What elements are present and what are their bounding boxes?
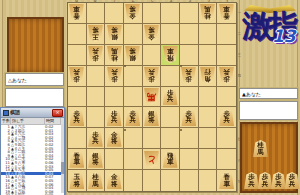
square-37[interactable] bbox=[180, 128, 199, 149]
square-94[interactable]: 歩兵 bbox=[68, 66, 87, 87]
square-66[interactable]: 歩兵 bbox=[124, 107, 143, 128]
piece-kanji: 歩兵 bbox=[167, 90, 174, 103]
piece-kanji: 歩兵 bbox=[223, 69, 230, 82]
piece-kanji: 歩兵 bbox=[92, 132, 99, 145]
square-74[interactable]: 歩兵 bbox=[105, 66, 124, 87]
square-28[interactable] bbox=[199, 149, 218, 170]
square-82[interactable]: 王将 bbox=[87, 24, 106, 45]
square-42[interactable] bbox=[161, 24, 180, 45]
square-58[interactable]: と bbox=[143, 149, 162, 170]
piece-kanji: 銀将 bbox=[129, 48, 136, 61]
shogi-piece-歩兵[interactable]: 歩兵 bbox=[144, 67, 159, 84]
piece-kanji: 王将 bbox=[92, 27, 99, 40]
rank-label: 二 bbox=[237, 31, 241, 36]
square-22[interactable] bbox=[199, 24, 218, 45]
kifu-column-header: 時間 bbox=[45, 118, 61, 124]
kifu-title: 棋譜 bbox=[10, 109, 20, 115]
kifu-scrollbar-thumb[interactable] bbox=[61, 162, 64, 174]
piece-kanji: 歩兵 bbox=[129, 111, 136, 124]
shogi-piece-飛車[interactable]: 飛車 bbox=[163, 46, 178, 63]
gote-hand-tray bbox=[7, 17, 64, 74]
square-32[interactable] bbox=[180, 24, 199, 45]
square-77[interactable]: 金将 bbox=[105, 128, 124, 149]
piece-kanji: 桂馬 bbox=[204, 6, 211, 19]
kifu-titlebar[interactable]: 棋譜 × bbox=[1, 108, 64, 118]
square-96[interactable]: 歩兵 bbox=[68, 107, 87, 128]
piece-kanji: 歩兵 bbox=[111, 111, 118, 124]
shogi-piece-金将[interactable]: 金将 bbox=[144, 25, 159, 42]
shogi-piece-銀将[interactable]: 銀将 bbox=[144, 109, 159, 126]
square-93[interactable] bbox=[68, 45, 87, 66]
piece-kanji: 飛車 bbox=[167, 48, 174, 61]
square-69[interactable] bbox=[124, 170, 143, 191]
shogi-piece-歩兵[interactable]: 歩兵 bbox=[181, 109, 196, 126]
piece-kanji: 歩兵 bbox=[262, 174, 269, 187]
piece-kanji: 歩兵 bbox=[289, 174, 296, 187]
square-85[interactable] bbox=[87, 87, 106, 108]
piece-kanji: 玉将 bbox=[73, 174, 80, 187]
square-26[interactable] bbox=[199, 107, 218, 128]
shogi-piece-桂馬[interactable]: 桂馬 bbox=[107, 46, 122, 63]
square-18[interactable] bbox=[217, 149, 236, 170]
square-47[interactable] bbox=[161, 128, 180, 149]
square-91[interactable]: 香車 bbox=[68, 3, 87, 24]
shogi-piece-桂馬[interactable]: 桂馬 bbox=[253, 140, 268, 157]
piece-kanji: 歩兵 bbox=[223, 111, 230, 124]
kifu-cell: 0:05 bbox=[45, 193, 60, 195]
square-98[interactable]: 香車 bbox=[68, 149, 87, 170]
shogi-piece-金将[interactable]: 金将 bbox=[107, 172, 122, 189]
piece-kanji: 歩兵 bbox=[248, 174, 255, 187]
window-icon bbox=[3, 110, 9, 116]
piece-kanji: 香車 bbox=[223, 6, 230, 19]
player-label-gote: △あなた bbox=[5, 73, 64, 86]
rank-label: 三 bbox=[237, 52, 241, 57]
shogi-piece-馬[interactable]: 馬 bbox=[144, 88, 159, 105]
shogi-piece-歩兵[interactable]: 歩兵 bbox=[125, 109, 140, 126]
piece-kanji: 金将 bbox=[111, 132, 118, 145]
piece-kanji: 銀将 bbox=[92, 153, 99, 166]
kifu-window: 棋譜 × 手数指し手時間 1▲７六歩0:022△３四歩0:013▲６六歩0:03… bbox=[0, 107, 65, 195]
shogi-piece-歩兵[interactable]: 歩兵 bbox=[88, 130, 103, 147]
square-11[interactable]: 香車 bbox=[217, 3, 236, 24]
kifu-scrollbar[interactable] bbox=[61, 124, 64, 193]
info-box-sente bbox=[239, 101, 298, 120]
square-86[interactable] bbox=[87, 107, 106, 128]
square-21[interactable]: 桂馬 bbox=[199, 3, 218, 24]
shogi-piece-歩兵[interactable]: 歩兵 bbox=[88, 46, 103, 63]
square-48[interactable]: 飛車 bbox=[161, 149, 180, 170]
shogi-piece-歩兵[interactable]: 歩兵 bbox=[219, 67, 234, 84]
piece-kanji: 桂馬 bbox=[111, 48, 118, 61]
shogi-piece-歩兵[interactable]: 歩兵 bbox=[69, 109, 84, 126]
square-39[interactable] bbox=[180, 170, 199, 191]
piece-kanji: 歩兵 bbox=[185, 111, 192, 124]
square-52[interactable]: 金将 bbox=[143, 24, 162, 45]
square-75[interactable] bbox=[105, 87, 124, 108]
kifu-move-list[interactable]: 1▲７六歩0:022△３四歩0:013▲６六歩0:034△４二飛0:025▲９六… bbox=[1, 125, 64, 195]
player-label-sente-text: ▲あなた bbox=[242, 91, 261, 97]
square-59[interactable] bbox=[143, 170, 162, 191]
square-79[interactable]: 金将 bbox=[105, 170, 124, 191]
piece-kanji: 銀将 bbox=[111, 27, 118, 40]
square-19[interactable]: 香車 bbox=[217, 170, 236, 191]
square-31[interactable] bbox=[180, 3, 199, 24]
shogi-piece-銀将[interactable]: 銀将 bbox=[125, 46, 140, 63]
square-12[interactable] bbox=[217, 24, 236, 45]
shogi-piece-歩兵[interactable]: 歩兵 bbox=[285, 172, 300, 189]
player-label-gote-text: △あなた bbox=[8, 77, 27, 83]
square-29[interactable] bbox=[199, 170, 218, 191]
shogi-piece-飛車[interactable]: 飛車 bbox=[163, 151, 178, 168]
star-point bbox=[124, 129, 126, 131]
square-64[interactable] bbox=[124, 66, 143, 87]
square-87[interactable]: 歩兵 bbox=[87, 128, 106, 149]
piece-kanji: 銀将 bbox=[148, 111, 155, 124]
shogi-piece-王将[interactable]: 王将 bbox=[88, 25, 103, 42]
square-24[interactable]: 角行 bbox=[199, 66, 218, 87]
square-78[interactable] bbox=[105, 149, 124, 170]
square-73[interactable]: 桂馬 bbox=[105, 45, 124, 66]
shogi-piece-歩兵[interactable]: 歩兵 bbox=[69, 67, 84, 84]
app-window: 987654321 一二三四五六七八九 香車金将桂馬香車王将銀将金将歩兵桂馬銀将… bbox=[0, 0, 300, 195]
piece-kanji: 歩兵 bbox=[148, 69, 155, 82]
square-68[interactable] bbox=[124, 149, 143, 170]
rank-label: 四 bbox=[237, 73, 241, 78]
square-51[interactable] bbox=[143, 3, 162, 24]
square-36[interactable]: 歩兵 bbox=[180, 107, 199, 128]
shogi-piece-と[interactable]: と bbox=[144, 151, 159, 168]
square-67[interactable] bbox=[124, 128, 143, 149]
hand-piece-桂馬[interactable]: 桂馬 bbox=[253, 140, 268, 157]
piece-kanji: 歩兵 bbox=[73, 111, 80, 124]
square-34[interactable]: 歩兵 bbox=[180, 66, 199, 87]
piece-kanji: 歩兵 bbox=[111, 69, 118, 82]
kifu-cell: 20 bbox=[1, 193, 11, 195]
square-92[interactable] bbox=[68, 24, 87, 45]
square-43[interactable]: 飛車 bbox=[161, 45, 180, 66]
hand-piece-歩兵[interactable]: 歩兵 bbox=[285, 172, 300, 189]
shogi-piece-桂馬[interactable]: 桂馬 bbox=[88, 172, 103, 189]
square-71[interactable] bbox=[105, 3, 124, 24]
shogi-piece-香車[interactable]: 香車 bbox=[69, 151, 84, 168]
close-button[interactable]: × bbox=[52, 109, 63, 117]
shogi-piece-金将[interactable]: 金将 bbox=[107, 130, 122, 147]
piece-kanji: 香車 bbox=[73, 6, 80, 19]
shogi-piece-銀将[interactable]: 銀将 bbox=[107, 25, 122, 42]
square-63[interactable]: 銀将 bbox=[124, 45, 143, 66]
square-46[interactable] bbox=[161, 107, 180, 128]
shogi-piece-香車[interactable]: 香車 bbox=[219, 4, 234, 21]
square-88[interactable]: 銀将 bbox=[87, 149, 106, 170]
kifu-header: 手数指し手時間 bbox=[1, 118, 64, 125]
square-14[interactable]: 歩兵 bbox=[217, 66, 236, 87]
square-23[interactable] bbox=[199, 45, 218, 66]
square-33[interactable] bbox=[180, 45, 199, 66]
square-35[interactable] bbox=[180, 87, 199, 108]
square-76[interactable]: 歩兵 bbox=[105, 107, 124, 128]
square-16[interactable]: 歩兵 bbox=[217, 107, 236, 128]
logo-version-number: 13 bbox=[272, 26, 296, 46]
piece-kanji: 桂馬 bbox=[257, 142, 264, 155]
piece-kanji: 金将 bbox=[111, 174, 118, 187]
shogi-piece-歩兵[interactable]: 歩兵 bbox=[163, 88, 178, 105]
shogi-piece-角行[interactable]: 角行 bbox=[200, 67, 215, 84]
player-label-sente: ▲あなた bbox=[239, 88, 298, 99]
square-13[interactable] bbox=[217, 45, 236, 66]
square-84[interactable] bbox=[87, 66, 106, 87]
info-box-gote bbox=[5, 88, 64, 107]
square-55[interactable]: 馬 bbox=[143, 87, 162, 108]
square-61[interactable]: 金将 bbox=[124, 3, 143, 24]
piece-kanji: 歩兵 bbox=[185, 69, 192, 82]
square-83[interactable]: 歩兵 bbox=[87, 45, 106, 66]
shogi-piece-桂馬[interactable]: 桂馬 bbox=[200, 4, 215, 21]
square-49[interactable] bbox=[161, 170, 180, 191]
square-97[interactable] bbox=[68, 128, 87, 149]
kifu-column-header: 指し手 bbox=[11, 118, 45, 124]
piece-kanji: 角行 bbox=[204, 69, 211, 82]
sente-hand-tray: 桂馬歩兵歩兵歩兵歩兵 bbox=[240, 122, 298, 193]
piece-kanji: 馬 bbox=[147, 92, 156, 101]
square-38[interactable] bbox=[180, 149, 199, 170]
piece-kanji: 歩兵 bbox=[73, 69, 80, 82]
shogi-piece-歩兵[interactable]: 歩兵 bbox=[107, 67, 122, 84]
square-41[interactable] bbox=[161, 3, 180, 24]
square-95[interactable] bbox=[68, 87, 87, 108]
square-45[interactable]: 歩兵 bbox=[161, 87, 180, 108]
piece-kanji: 香車 bbox=[73, 153, 80, 166]
app-logo: 激指 13 bbox=[242, 0, 299, 86]
piece-kanji: 歩兵 bbox=[275, 174, 282, 187]
shogi-piece-玉将[interactable]: 玉将 bbox=[69, 172, 84, 189]
shogi-piece-香車[interactable]: 香車 bbox=[219, 172, 234, 189]
square-56[interactable]: 銀将 bbox=[143, 107, 162, 128]
shogi-piece-歩兵[interactable]: 歩兵 bbox=[219, 109, 234, 126]
square-44[interactable] bbox=[161, 66, 180, 87]
kifu-column-header: 手数 bbox=[1, 118, 11, 124]
square-25[interactable] bbox=[199, 87, 218, 108]
shogi-board: 香車金将桂馬香車王将銀将金将歩兵桂馬銀将飛車歩兵歩兵歩兵歩兵角行歩兵馬歩兵歩兵歩… bbox=[67, 2, 237, 192]
square-81[interactable] bbox=[87, 3, 106, 24]
shogi-piece-金将[interactable]: 金将 bbox=[125, 4, 140, 21]
square-89[interactable]: 桂馬 bbox=[87, 170, 106, 191]
square-99[interactable]: 玉将 bbox=[68, 170, 87, 191]
square-62[interactable] bbox=[124, 24, 143, 45]
square-15[interactable] bbox=[217, 87, 236, 108]
shogi-piece-香車[interactable]: 香車 bbox=[69, 4, 84, 21]
piece-kanji: 飛車 bbox=[167, 153, 174, 166]
rank-label: 一 bbox=[237, 10, 241, 15]
square-53[interactable] bbox=[143, 45, 162, 66]
shogi-piece-歩兵[interactable]: 歩兵 bbox=[107, 109, 122, 126]
kifu-row[interactable]: 20△５四歩0:05 bbox=[1, 193, 64, 195]
piece-kanji: と bbox=[147, 155, 156, 164]
square-17[interactable] bbox=[217, 128, 236, 149]
square-54[interactable]: 歩兵 bbox=[143, 66, 162, 87]
piece-kanji: 香車 bbox=[223, 174, 230, 187]
shogi-piece-銀将[interactable]: 銀将 bbox=[88, 151, 103, 168]
kifu-cell: △５四歩 bbox=[11, 193, 45, 195]
square-27[interactable] bbox=[199, 128, 218, 149]
square-72[interactable]: 銀将 bbox=[105, 24, 124, 45]
piece-kanji: 金将 bbox=[129, 6, 136, 19]
piece-kanji: 桂馬 bbox=[92, 174, 99, 187]
piece-kanji: 歩兵 bbox=[92, 48, 99, 61]
piece-kanji: 金将 bbox=[148, 27, 155, 40]
shogi-piece-歩兵[interactable]: 歩兵 bbox=[181, 67, 196, 84]
square-65[interactable] bbox=[124, 87, 143, 108]
square-57[interactable] bbox=[143, 128, 162, 149]
